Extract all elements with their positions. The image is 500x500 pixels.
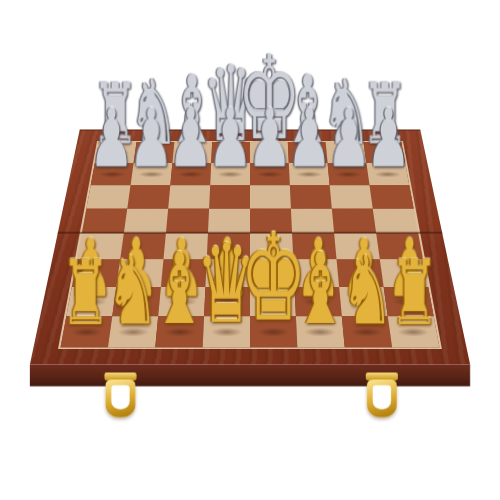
square-a1[interactable]: ♜ [61, 316, 113, 347]
piece-gold-rook-h1[interactable]: ♜ [390, 249, 440, 338]
square-d7[interactable]: ♟ [210, 163, 250, 185]
square-h6[interactable] [369, 185, 413, 208]
piece-silver-pawn-c7[interactable]: ♟ [168, 98, 213, 179]
square-a7[interactable]: ♟ [91, 163, 134, 185]
square-c7[interactable]: ♟ [170, 163, 211, 185]
clasp-right[interactable] [365, 373, 399, 418]
square-b6[interactable] [127, 185, 170, 208]
clasp-right-ring [367, 379, 397, 417]
square-c6[interactable] [168, 185, 210, 208]
board-grid: ♜♞♝♛♚♝♞♜♟♟♟♟♟♟♟♟♟♟♟♟♟♟♟♟♜♞♝♛♚♝♞♜ [58, 141, 442, 349]
square-e1[interactable]: ♚ [250, 316, 297, 347]
piece-gold-knight-b1[interactable]: ♞ [106, 243, 159, 338]
square-g7[interactable]: ♟ [328, 163, 370, 185]
piece-silver-pawn-e7[interactable]: ♟ [247, 98, 292, 179]
square-g1[interactable]: ♞ [342, 316, 392, 347]
piece-silver-pawn-b7[interactable]: ♟ [129, 98, 174, 179]
square-b1[interactable]: ♞ [108, 316, 158, 347]
square-h7[interactable]: ♟ [366, 163, 409, 185]
square-g6[interactable] [330, 185, 373, 208]
product-photo-chess-set: ♜♞♝♛♚♝♞♜♟♟♟♟♟♟♟♟♟♟♟♟♟♟♟♟♜♞♝♛♚♝♞♜ [0, 0, 500, 500]
piece-silver-pawn-d7[interactable]: ♟ [208, 98, 253, 179]
square-f6[interactable] [290, 185, 332, 208]
clasp-left-ring [105, 379, 135, 417]
piece-silver-pawn-f7[interactable]: ♟ [287, 98, 332, 179]
piece-gold-rook-a1[interactable]: ♜ [61, 249, 111, 338]
square-h1[interactable]: ♜ [388, 316, 440, 347]
square-e6[interactable] [250, 185, 291, 208]
square-e7[interactable]: ♟ [250, 163, 290, 185]
perspective-wrapper: ♜♞♝♛♚♝♞♜♟♟♟♟♟♟♟♟♟♟♟♟♟♟♟♟♜♞♝♛♚♝♞♜ [0, 0, 500, 500]
square-f7[interactable]: ♟ [289, 163, 330, 185]
square-d6[interactable] [209, 185, 250, 208]
square-a6[interactable] [86, 185, 130, 208]
piece-silver-pawn-a7[interactable]: ♟ [89, 98, 134, 179]
clasp-left[interactable] [103, 373, 137, 418]
piece-gold-bishop-f1[interactable]: ♝ [293, 240, 348, 338]
piece-silver-pawn-h7[interactable]: ♟ [366, 98, 411, 179]
piece-silver-pawn-g7[interactable]: ♟ [326, 98, 371, 179]
box-front-face [30, 364, 470, 386]
chess-board: ♜♞♝♛♚♝♞♜♟♟♟♟♟♟♟♟♟♟♟♟♟♟♟♟♜♞♝♛♚♝♞♜ [30, 130, 470, 365]
square-f1[interactable]: ♝ [296, 316, 345, 347]
square-b7[interactable]: ♟ [131, 163, 173, 185]
piece-gold-knight-g1[interactable]: ♞ [341, 243, 394, 338]
